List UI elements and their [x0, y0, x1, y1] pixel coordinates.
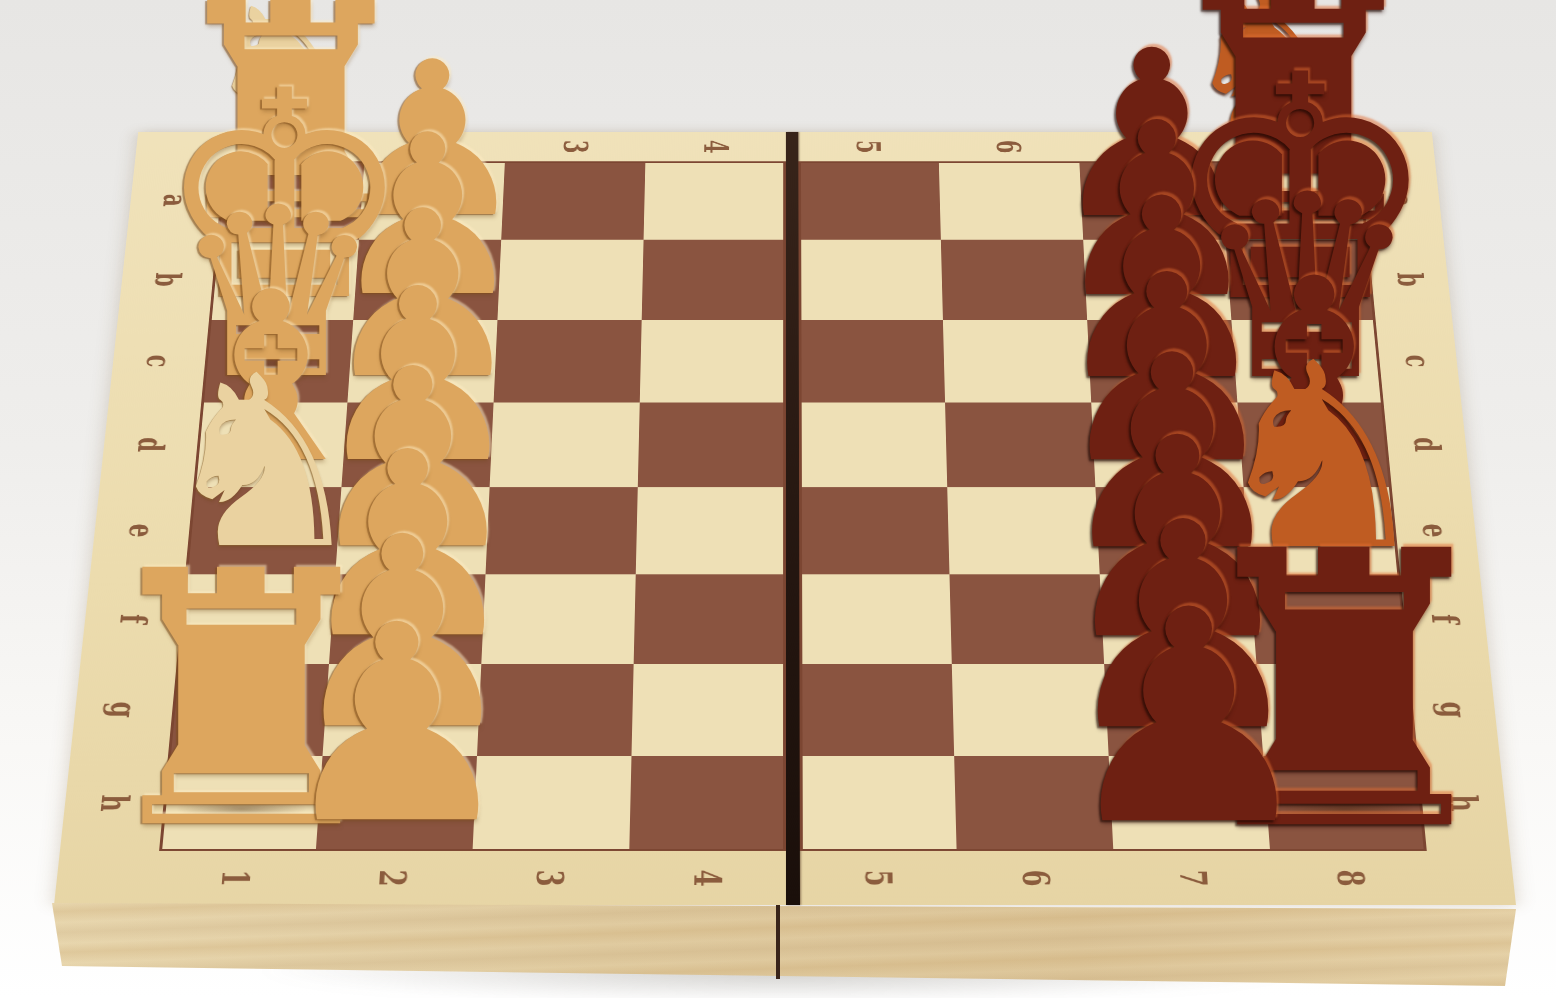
square-f5[interactable] [799, 574, 952, 664]
black-pawn-h7[interactable]: ♟ [1042, 572, 1336, 866]
square-f4[interactable] [634, 574, 786, 664]
bottom-number-3-label: 3 [531, 869, 569, 886]
square-a5[interactable] [798, 161, 941, 239]
top-number-4-label: 4 [699, 140, 733, 153]
square-g4[interactable] [631, 664, 785, 756]
top-number-6-label: 6 [991, 140, 1025, 153]
top-number-5-label: 5 [851, 140, 885, 153]
square-b4[interactable] [642, 240, 786, 320]
bottom-number-5-label: 5 [860, 869, 898, 886]
square-e4[interactable] [636, 487, 786, 574]
square-a4[interactable] [644, 161, 786, 239]
white-pawn-h2[interactable]: ♟ [261, 590, 533, 862]
square-g5[interactable] [799, 664, 954, 756]
bottom-number-4-label: 4 [688, 869, 726, 886]
chess-set-photo: 1122334455667788aabbccddeeffgghh ♜♞♚♛♝♞♜… [0, 0, 1556, 998]
square-b5[interactable] [799, 240, 943, 320]
square-d4[interactable] [638, 403, 786, 488]
bottom-number-5: 5 [800, 851, 958, 905]
square-c5[interactable] [799, 320, 945, 403]
square-h4[interactable] [629, 756, 786, 851]
top-number-4: 4 [645, 132, 785, 161]
square-c4[interactable] [640, 320, 786, 403]
square-d5[interactable] [799, 403, 947, 488]
square-e5[interactable] [799, 487, 949, 574]
square-h5[interactable] [800, 756, 957, 851]
top-number-5: 5 [798, 132, 939, 161]
bottom-number-6-label: 6 [1017, 869, 1055, 886]
bottom-number-4: 4 [628, 851, 786, 905]
box-side-seam [776, 905, 780, 979]
top-number-3-label: 3 [559, 140, 593, 153]
